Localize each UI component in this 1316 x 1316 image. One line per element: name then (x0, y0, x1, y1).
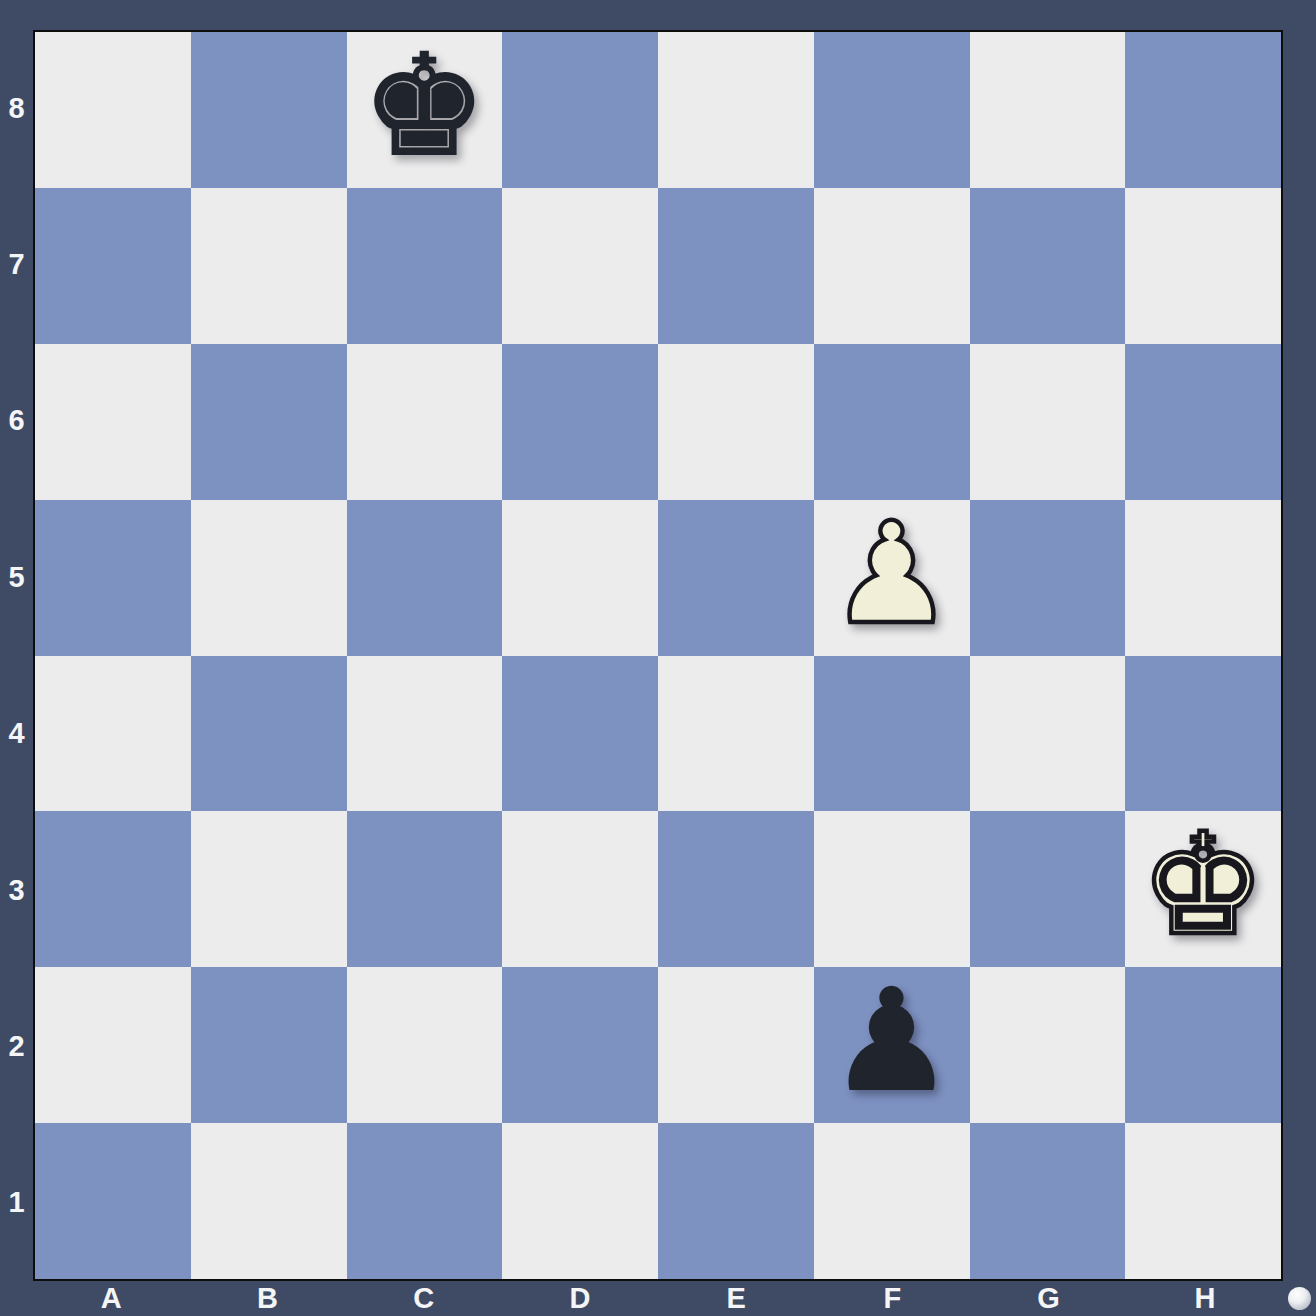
square-e5[interactable] (658, 500, 814, 656)
file-label-c: C (346, 1281, 502, 1316)
square-b3[interactable] (191, 811, 347, 967)
square-g7[interactable] (970, 188, 1126, 344)
rank-label-4: 4 (0, 656, 33, 812)
square-a8[interactable] (35, 32, 191, 188)
square-f5[interactable]: ♟ (814, 500, 970, 656)
black-king-piece[interactable]: ♚ (362, 36, 488, 176)
square-f1[interactable] (814, 1123, 970, 1279)
square-h1[interactable] (1125, 1123, 1281, 1279)
square-b6[interactable] (191, 344, 347, 500)
white-king-piece[interactable]: ♚ (1140, 815, 1266, 955)
square-h3[interactable]: ♚ (1125, 811, 1281, 967)
square-c5[interactable] (347, 500, 503, 656)
square-e2[interactable] (658, 967, 814, 1123)
square-b7[interactable] (191, 188, 347, 344)
square-c1[interactable] (347, 1123, 503, 1279)
square-f3[interactable] (814, 811, 970, 967)
chess-board-window: 87654321 ♚♟♚♟ ABCDEFGH (0, 0, 1316, 1316)
square-b8[interactable] (191, 32, 347, 188)
file-label-e: E (658, 1281, 814, 1316)
square-d3[interactable] (502, 811, 658, 967)
black-pawn-piece[interactable]: ♟ (829, 971, 955, 1111)
square-e1[interactable] (658, 1123, 814, 1279)
frame-corner (1283, 1281, 1316, 1316)
square-a4[interactable] (35, 656, 191, 812)
square-d7[interactable] (502, 188, 658, 344)
square-f6[interactable] (814, 344, 970, 500)
square-h4[interactable] (1125, 656, 1281, 812)
rank-label-5: 5 (0, 499, 33, 655)
file-label-h: H (1127, 1281, 1283, 1316)
rank-label-6: 6 (0, 343, 33, 499)
square-f7[interactable] (814, 188, 970, 344)
square-h6[interactable] (1125, 344, 1281, 500)
rank-label-1: 1 (0, 1125, 33, 1281)
rank-label-2: 2 (0, 968, 33, 1124)
square-g2[interactable] (970, 967, 1126, 1123)
square-g5[interactable] (970, 500, 1126, 656)
square-g6[interactable] (970, 344, 1126, 500)
square-b5[interactable] (191, 500, 347, 656)
rank-label-8: 8 (0, 30, 33, 186)
square-f8[interactable] (814, 32, 970, 188)
white-pawn-piece[interactable]: ♟ (829, 504, 955, 644)
square-h5[interactable] (1125, 500, 1281, 656)
file-label-b: B (189, 1281, 345, 1316)
file-label-d: D (502, 1281, 658, 1316)
square-c8[interactable]: ♚ (347, 32, 503, 188)
square-e4[interactable] (658, 656, 814, 812)
square-d2[interactable] (502, 967, 658, 1123)
file-label-f: F (814, 1281, 970, 1316)
square-g1[interactable] (970, 1123, 1126, 1279)
square-a6[interactable] (35, 344, 191, 500)
square-a7[interactable] (35, 188, 191, 344)
square-e3[interactable] (658, 811, 814, 967)
square-f2[interactable]: ♟ (814, 967, 970, 1123)
square-a1[interactable] (35, 1123, 191, 1279)
rank-label-3: 3 (0, 812, 33, 968)
square-e7[interactable] (658, 188, 814, 344)
square-c3[interactable] (347, 811, 503, 967)
square-a3[interactable] (35, 811, 191, 967)
square-f4[interactable] (814, 656, 970, 812)
white-to-move-indicator (1288, 1287, 1311, 1310)
file-label-a: A (33, 1281, 189, 1316)
square-c2[interactable] (347, 967, 503, 1123)
square-a2[interactable] (35, 967, 191, 1123)
file-labels: ABCDEFGH (33, 1281, 1283, 1316)
square-d4[interactable] (502, 656, 658, 812)
square-e8[interactable] (658, 32, 814, 188)
square-d1[interactable] (502, 1123, 658, 1279)
file-label-g: G (971, 1281, 1127, 1316)
square-a5[interactable] (35, 500, 191, 656)
square-h2[interactable] (1125, 967, 1281, 1123)
square-c6[interactable] (347, 344, 503, 500)
square-b4[interactable] (191, 656, 347, 812)
square-b1[interactable] (191, 1123, 347, 1279)
square-g4[interactable] (970, 656, 1126, 812)
square-e6[interactable] (658, 344, 814, 500)
square-h8[interactable] (1125, 32, 1281, 188)
square-g8[interactable] (970, 32, 1126, 188)
square-d5[interactable] (502, 500, 658, 656)
rank-label-7: 7 (0, 186, 33, 342)
square-d6[interactable] (502, 344, 658, 500)
square-d8[interactable] (502, 32, 658, 188)
square-g3[interactable] (970, 811, 1126, 967)
square-c7[interactable] (347, 188, 503, 344)
square-c4[interactable] (347, 656, 503, 812)
chess-board: ♚♟♚♟ (33, 30, 1283, 1281)
rank-labels: 87654321 (0, 30, 33, 1281)
square-h7[interactable] (1125, 188, 1281, 344)
square-b2[interactable] (191, 967, 347, 1123)
